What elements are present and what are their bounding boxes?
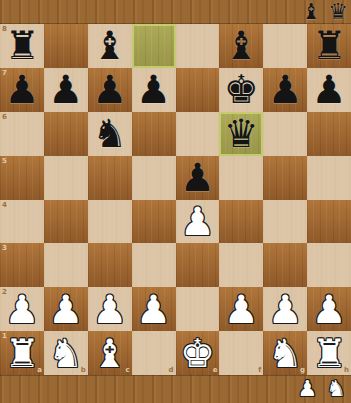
square-f6[interactable]: ♛ (219, 112, 263, 156)
square-b6[interactable] (44, 112, 88, 156)
square-a6[interactable]: 6 (0, 112, 44, 156)
square-h7[interactable]: ♟ (307, 68, 351, 112)
square-c6[interactable]: ♞ (88, 112, 132, 156)
square-b5[interactable] (44, 156, 88, 200)
square-g1[interactable]: g♞ (263, 331, 307, 375)
black-pawn[interactable]: ♟ (136, 70, 171, 109)
file-label-g: g (300, 367, 305, 374)
white-rook[interactable]: ♜ (312, 334, 347, 373)
square-g2[interactable]: ♟ (263, 287, 307, 331)
square-a4[interactable]: 4 (0, 200, 44, 244)
square-e2[interactable] (176, 287, 220, 331)
square-d1[interactable]: d (132, 331, 176, 375)
black-bishop[interactable]: ♝ (224, 26, 259, 65)
square-b4[interactable] (44, 200, 88, 244)
square-d2[interactable]: ♟ (132, 287, 176, 331)
white-pawn[interactable]: ♟ (92, 290, 127, 329)
square-c4[interactable] (88, 200, 132, 244)
square-g3[interactable] (263, 243, 307, 287)
black-bishop-pocket[interactable]: ♝ (302, 1, 322, 23)
file-label-d: d (168, 367, 173, 374)
square-c7[interactable]: ♟ (88, 68, 132, 112)
square-b7[interactable]: ♟ (44, 68, 88, 112)
square-g8[interactable] (263, 24, 307, 68)
square-d4[interactable] (132, 200, 176, 244)
black-queen[interactable]: ♛ (224, 114, 259, 153)
square-e3[interactable] (176, 243, 220, 287)
file-label-h: h (344, 367, 349, 374)
square-h6[interactable] (307, 112, 351, 156)
square-g6[interactable] (263, 112, 307, 156)
white-knight-pocket[interactable]: ♞ (326, 378, 346, 400)
square-d3[interactable] (132, 243, 176, 287)
square-b3[interactable] (44, 243, 88, 287)
square-h5[interactable] (307, 156, 351, 200)
square-a7[interactable]: 7♟ (0, 68, 44, 112)
square-f3[interactable] (219, 243, 263, 287)
black-rook[interactable]: ♜ (312, 26, 347, 65)
white-bishop[interactable]: ♝ (92, 334, 127, 373)
square-b1[interactable]: b♞ (44, 331, 88, 375)
black-pawn[interactable]: ♟ (4, 70, 39, 109)
square-f8[interactable]: ♝ (219, 24, 263, 68)
white-knight[interactable]: ♞ (48, 334, 83, 373)
white-pawn[interactable]: ♟ (268, 290, 303, 329)
square-h1[interactable]: h♜ (307, 331, 351, 375)
square-a5[interactable]: 5 (0, 156, 44, 200)
square-h3[interactable] (307, 243, 351, 287)
chess-board: 8♜♝♝♜7♟♟♟♟♚♟♟6♞♛5♟4♟32♟♟♟♟♟♟♟1a♜b♞c♝de♚f… (0, 24, 351, 375)
square-f2[interactable]: ♟ (219, 287, 263, 331)
square-g7[interactable]: ♟ (263, 68, 307, 112)
square-c3[interactable] (88, 243, 132, 287)
square-a1[interactable]: 1a♜ (0, 331, 44, 375)
square-a8[interactable]: 8♜ (0, 24, 44, 68)
white-pawn[interactable]: ♟ (48, 290, 83, 329)
square-c8[interactable]: ♝ (88, 24, 132, 68)
square-g5[interactable] (263, 156, 307, 200)
crazyhouse-game-view: ♝♛ 8♜♝♝♜7♟♟♟♟♚♟♟6♞♛5♟4♟32♟♟♟♟♟♟♟1a♜b♞c♝d… (0, 0, 351, 403)
square-h8[interactable]: ♜ (307, 24, 351, 68)
black-pawn[interactable]: ♟ (48, 70, 83, 109)
file-label-a: a (37, 367, 42, 374)
file-label-b: b (81, 367, 86, 374)
rank-label-4: 4 (2, 202, 7, 209)
square-h4[interactable] (307, 200, 351, 244)
white-pawn[interactable]: ♟ (4, 290, 39, 329)
black-pawn[interactable]: ♟ (268, 70, 303, 109)
square-c5[interactable] (88, 156, 132, 200)
black-knight[interactable]: ♞ (92, 114, 127, 153)
square-c2[interactable]: ♟ (88, 287, 132, 331)
black-rook[interactable]: ♜ (4, 26, 39, 65)
rank-label-5: 5 (2, 158, 7, 165)
square-e6[interactable] (176, 112, 220, 156)
square-e5[interactable]: ♟ (176, 156, 220, 200)
square-e4[interactable]: ♟ (176, 200, 220, 244)
white-rook[interactable]: ♜ (4, 334, 39, 373)
file-label-f: f (258, 367, 261, 374)
rank-label-2: 2 (2, 289, 7, 296)
square-d7[interactable]: ♟ (132, 68, 176, 112)
rank-label-1: 1 (2, 333, 7, 340)
white-pawn[interactable]: ♟ (136, 290, 171, 329)
square-e7[interactable] (176, 68, 220, 112)
black-bishop[interactable]: ♝ (92, 26, 127, 65)
square-a2[interactable]: 2♟ (0, 287, 44, 331)
rank-label-7: 7 (2, 70, 7, 77)
file-label-c: c (125, 367, 129, 374)
white-pocket-tray: ♟♞ (0, 375, 351, 403)
square-e8[interactable] (176, 24, 220, 68)
rank-label-8: 8 (2, 26, 7, 33)
square-d5[interactable] (132, 156, 176, 200)
white-king[interactable]: ♚ (180, 334, 215, 373)
square-f1[interactable]: f (219, 331, 263, 375)
square-e1[interactable]: e♚ (176, 331, 220, 375)
white-knight[interactable]: ♞ (268, 334, 303, 373)
square-f7[interactable]: ♚ (219, 68, 263, 112)
square-f4[interactable] (219, 200, 263, 244)
black-pocket-tray: ♝♛ (0, 0, 351, 24)
white-pawn[interactable]: ♟ (224, 290, 259, 329)
black-pawn[interactable]: ♟ (180, 158, 215, 197)
square-a3[interactable]: 3 (0, 243, 44, 287)
square-b8[interactable] (44, 24, 88, 68)
black-pawn[interactable]: ♟ (92, 70, 127, 109)
white-pawn[interactable]: ♟ (180, 202, 215, 241)
white-pawn-pocket[interactable]: ♟ (298, 378, 318, 400)
square-f5[interactable] (219, 156, 263, 200)
square-d8[interactable] (132, 24, 176, 68)
rank-label-6: 6 (2, 114, 7, 121)
square-h2[interactable]: ♟ (307, 287, 351, 331)
black-queen-pocket[interactable]: ♛ (328, 1, 348, 23)
rank-label-3: 3 (2, 245, 7, 252)
file-label-e: e (213, 367, 218, 374)
square-b2[interactable]: ♟ (44, 287, 88, 331)
white-pawn[interactable]: ♟ (312, 290, 347, 329)
black-pawn[interactable]: ♟ (312, 70, 347, 109)
square-g4[interactable] (263, 200, 307, 244)
square-c1[interactable]: c♝ (88, 331, 132, 375)
black-king[interactable]: ♚ (224, 70, 259, 109)
square-d6[interactable] (132, 112, 176, 156)
